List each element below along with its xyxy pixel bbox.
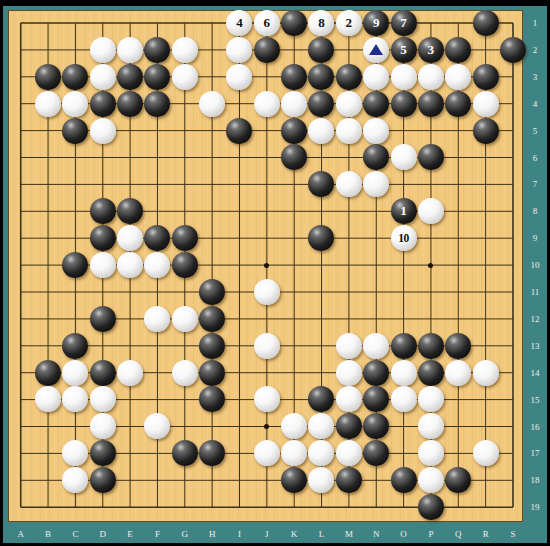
board-point-R16[interactable] — [472, 413, 499, 440]
board-point-A16[interactable] — [7, 413, 34, 440]
board-point-P7[interactable] — [417, 171, 444, 198]
board-point-O3[interactable] — [390, 63, 417, 90]
board-point-B14[interactable] — [34, 359, 61, 386]
board-point-I1[interactable]: 4 — [226, 10, 253, 37]
board-point-D16[interactable] — [89, 413, 116, 440]
board-point-L6[interactable] — [308, 144, 335, 171]
board-point-H2[interactable] — [198, 36, 225, 63]
board-point-F9[interactable] — [144, 225, 171, 252]
board-point-C4[interactable] — [62, 90, 89, 117]
board-point-S14[interactable] — [499, 359, 526, 386]
board-point-D14[interactable] — [89, 359, 116, 386]
board-point-P16[interactable] — [417, 413, 444, 440]
board-point-O6[interactable] — [390, 144, 417, 171]
board-point-C10[interactable] — [62, 252, 89, 279]
board-point-C5[interactable] — [62, 117, 89, 144]
board-point-L8[interactable] — [308, 198, 335, 225]
board-point-C13[interactable] — [62, 332, 89, 359]
board-point-H11[interactable] — [198, 278, 225, 305]
board-point-N10[interactable] — [362, 252, 389, 279]
board-point-N17[interactable] — [362, 440, 389, 467]
board-point-J7[interactable] — [253, 171, 280, 198]
board-point-E10[interactable] — [116, 252, 143, 279]
board-point-K3[interactable] — [280, 63, 307, 90]
board-point-G15[interactable] — [171, 386, 198, 413]
board-point-F10[interactable] — [144, 252, 171, 279]
board-point-L1[interactable]: 8 — [308, 10, 335, 37]
board-point-P14[interactable] — [417, 359, 444, 386]
board-point-C17[interactable] — [62, 440, 89, 467]
board-point-F15[interactable] — [144, 386, 171, 413]
board-point-O10[interactable] — [390, 252, 417, 279]
board-point-L15[interactable] — [308, 386, 335, 413]
board-point-M10[interactable] — [335, 252, 362, 279]
board-point-Q11[interactable] — [445, 278, 472, 305]
board-point-O12[interactable] — [390, 305, 417, 332]
board-point-G5[interactable] — [171, 117, 198, 144]
board-point-B5[interactable] — [34, 117, 61, 144]
board-point-I16[interactable] — [226, 413, 253, 440]
board-point-C16[interactable] — [62, 413, 89, 440]
board-point-G7[interactable] — [171, 171, 198, 198]
board-point-D12[interactable] — [89, 305, 116, 332]
board-point-Q6[interactable] — [445, 144, 472, 171]
board-point-O7[interactable] — [390, 171, 417, 198]
board-point-B19[interactable] — [34, 494, 61, 521]
board-point-C12[interactable] — [62, 305, 89, 332]
board-point-I6[interactable] — [226, 144, 253, 171]
board-point-F13[interactable] — [144, 332, 171, 359]
board-point-K6[interactable] — [280, 144, 307, 171]
board-point-F17[interactable] — [144, 440, 171, 467]
board-point-D13[interactable] — [89, 332, 116, 359]
board-point-R18[interactable] — [472, 467, 499, 494]
board-point-B8[interactable] — [34, 198, 61, 225]
board-point-P6[interactable] — [417, 144, 444, 171]
board-point-F14[interactable] — [144, 359, 171, 386]
board-point-K10[interactable] — [280, 252, 307, 279]
board-point-C1[interactable] — [62, 10, 89, 37]
board-point-M5[interactable] — [335, 117, 362, 144]
board-point-N18[interactable] — [362, 467, 389, 494]
board-point-R3[interactable] — [472, 63, 499, 90]
board-point-B6[interactable] — [34, 144, 61, 171]
board-point-N8[interactable] — [362, 198, 389, 225]
board-point-L10[interactable] — [308, 252, 335, 279]
board-point-G3[interactable] — [171, 63, 198, 90]
board-point-Q10[interactable] — [445, 252, 472, 279]
board-point-N16[interactable] — [362, 413, 389, 440]
board-point-R13[interactable] — [472, 332, 499, 359]
board-point-L12[interactable] — [308, 305, 335, 332]
board-point-A2[interactable] — [7, 36, 34, 63]
board-point-Q14[interactable] — [445, 359, 472, 386]
board-point-R7[interactable] — [472, 171, 499, 198]
board-point-R1[interactable] — [472, 10, 499, 37]
board-point-Q3[interactable] — [445, 63, 472, 90]
board-point-C14[interactable] — [62, 359, 89, 386]
board-point-P2[interactable]: 3 — [417, 36, 444, 63]
board-point-J5[interactable] — [253, 117, 280, 144]
board-point-A4[interactable] — [7, 90, 34, 117]
board-point-D8[interactable] — [89, 198, 116, 225]
board-point-K2[interactable] — [280, 36, 307, 63]
board-point-R4[interactable] — [472, 90, 499, 117]
board-point-P5[interactable] — [417, 117, 444, 144]
board-point-E16[interactable] — [116, 413, 143, 440]
board-point-G17[interactable] — [171, 440, 198, 467]
board-point-B3[interactable] — [34, 63, 61, 90]
board-point-H7[interactable] — [198, 171, 225, 198]
board-point-C11[interactable] — [62, 278, 89, 305]
board-point-E14[interactable] — [116, 359, 143, 386]
board-point-F12[interactable] — [144, 305, 171, 332]
board-point-K13[interactable] — [280, 332, 307, 359]
board-point-Q1[interactable] — [445, 10, 472, 37]
board-point-Q15[interactable] — [445, 386, 472, 413]
board-point-M11[interactable] — [335, 278, 362, 305]
board-point-F19[interactable] — [144, 494, 171, 521]
board-point-G6[interactable] — [171, 144, 198, 171]
board-point-S10[interactable] — [499, 252, 526, 279]
board-point-C18[interactable] — [62, 467, 89, 494]
board-point-O8[interactable]: 1 — [390, 198, 417, 225]
board-point-H15[interactable] — [198, 386, 225, 413]
board-point-G9[interactable] — [171, 225, 198, 252]
board-point-H3[interactable] — [198, 63, 225, 90]
board-point-S2[interactable] — [499, 36, 526, 63]
board-point-N9[interactable] — [362, 225, 389, 252]
board-point-B16[interactable] — [34, 413, 61, 440]
board-point-R14[interactable] — [472, 359, 499, 386]
board-point-S8[interactable] — [499, 198, 526, 225]
board-point-F7[interactable] — [144, 171, 171, 198]
board-point-P1[interactable] — [417, 10, 444, 37]
board-point-G18[interactable] — [171, 467, 198, 494]
board-point-N3[interactable] — [362, 63, 389, 90]
board-point-I9[interactable] — [226, 225, 253, 252]
board-point-N1[interactable]: 9 — [362, 10, 389, 37]
board-point-R15[interactable] — [472, 386, 499, 413]
board-point-M15[interactable] — [335, 386, 362, 413]
board-point-R12[interactable] — [472, 305, 499, 332]
board-point-A10[interactable] — [7, 252, 34, 279]
board-point-S6[interactable] — [499, 144, 526, 171]
board-point-N2[interactable] — [362, 36, 389, 63]
board-point-P3[interactable] — [417, 63, 444, 90]
board-point-H14[interactable] — [198, 359, 225, 386]
board-point-O4[interactable] — [390, 90, 417, 117]
board-point-M6[interactable] — [335, 144, 362, 171]
board-point-I18[interactable] — [226, 467, 253, 494]
board-point-N13[interactable] — [362, 332, 389, 359]
board-point-R8[interactable] — [472, 198, 499, 225]
board-point-S13[interactable] — [499, 332, 526, 359]
board-point-D18[interactable] — [89, 467, 116, 494]
board-point-M17[interactable] — [335, 440, 362, 467]
board-point-J6[interactable] — [253, 144, 280, 171]
board-point-B1[interactable] — [34, 10, 61, 37]
board-point-F3[interactable] — [144, 63, 171, 90]
board-point-E18[interactable] — [116, 467, 143, 494]
board-point-D15[interactable] — [89, 386, 116, 413]
board-point-J8[interactable] — [253, 198, 280, 225]
board-point-P13[interactable] — [417, 332, 444, 359]
board-point-H8[interactable] — [198, 198, 225, 225]
board-point-E6[interactable] — [116, 144, 143, 171]
board-point-K9[interactable] — [280, 225, 307, 252]
board-point-K11[interactable] — [280, 278, 307, 305]
board-point-M8[interactable] — [335, 198, 362, 225]
board-point-S16[interactable] — [499, 413, 526, 440]
board-point-A12[interactable] — [7, 305, 34, 332]
board-point-O17[interactable] — [390, 440, 417, 467]
board-point-K15[interactable] — [280, 386, 307, 413]
board-point-S11[interactable] — [499, 278, 526, 305]
board-point-R10[interactable] — [472, 252, 499, 279]
board-point-I11[interactable] — [226, 278, 253, 305]
board-point-G2[interactable] — [171, 36, 198, 63]
board-point-Q7[interactable] — [445, 171, 472, 198]
board-point-N5[interactable] — [362, 117, 389, 144]
board-point-I4[interactable] — [226, 90, 253, 117]
board-point-F18[interactable] — [144, 467, 171, 494]
board-point-D2[interactable] — [89, 36, 116, 63]
board-point-A7[interactable] — [7, 171, 34, 198]
board-point-F11[interactable] — [144, 278, 171, 305]
board-point-B12[interactable] — [34, 305, 61, 332]
board-point-B17[interactable] — [34, 440, 61, 467]
board-point-P8[interactable] — [417, 198, 444, 225]
board-point-A9[interactable] — [7, 225, 34, 252]
board-point-L3[interactable] — [308, 63, 335, 90]
board-point-O11[interactable] — [390, 278, 417, 305]
board-point-F6[interactable] — [144, 144, 171, 171]
board-point-C15[interactable] — [62, 386, 89, 413]
board-point-R6[interactable] — [472, 144, 499, 171]
board-point-M13[interactable] — [335, 332, 362, 359]
board-point-E9[interactable] — [116, 225, 143, 252]
board-point-M9[interactable] — [335, 225, 362, 252]
board-point-L11[interactable] — [308, 278, 335, 305]
board-point-G10[interactable] — [171, 252, 198, 279]
board-point-A3[interactable] — [7, 63, 34, 90]
board-point-F5[interactable] — [144, 117, 171, 144]
board-point-G11[interactable] — [171, 278, 198, 305]
board-point-K18[interactable] — [280, 467, 307, 494]
board-point-D6[interactable] — [89, 144, 116, 171]
board-point-H13[interactable] — [198, 332, 225, 359]
board-point-F2[interactable] — [144, 36, 171, 63]
board-point-O19[interactable] — [390, 494, 417, 521]
board-point-J13[interactable] — [253, 332, 280, 359]
board-point-I8[interactable] — [226, 198, 253, 225]
board-point-Q12[interactable] — [445, 305, 472, 332]
board-point-P15[interactable] — [417, 386, 444, 413]
board-point-C2[interactable] — [62, 36, 89, 63]
board-point-J12[interactable] — [253, 305, 280, 332]
board-point-M1[interactable]: 2 — [335, 10, 362, 37]
board-point-E2[interactable] — [116, 36, 143, 63]
board-point-J16[interactable] — [253, 413, 280, 440]
board-point-G14[interactable] — [171, 359, 198, 386]
board-point-E8[interactable] — [116, 198, 143, 225]
board-point-E13[interactable] — [116, 332, 143, 359]
board-point-J10[interactable] — [253, 252, 280, 279]
board-point-K7[interactable] — [280, 171, 307, 198]
board-point-M7[interactable] — [335, 171, 362, 198]
board-point-C19[interactable] — [62, 494, 89, 521]
board-point-L7[interactable] — [308, 171, 335, 198]
board-point-P17[interactable] — [417, 440, 444, 467]
board-point-K5[interactable] — [280, 117, 307, 144]
board-point-J2[interactable] — [253, 36, 280, 63]
board-point-D4[interactable] — [89, 90, 116, 117]
board-point-S9[interactable] — [499, 225, 526, 252]
board-point-D1[interactable] — [89, 10, 116, 37]
board-point-M14[interactable] — [335, 359, 362, 386]
board-point-A17[interactable] — [7, 440, 34, 467]
board-point-B2[interactable] — [34, 36, 61, 63]
board-point-B18[interactable] — [34, 467, 61, 494]
board-point-N15[interactable] — [362, 386, 389, 413]
board-point-L17[interactable] — [308, 440, 335, 467]
board-point-R19[interactable] — [472, 494, 499, 521]
board-point-E7[interactable] — [116, 171, 143, 198]
board-point-J14[interactable] — [253, 359, 280, 386]
board-point-S3[interactable] — [499, 63, 526, 90]
board-point-R11[interactable] — [472, 278, 499, 305]
board-point-S19[interactable] — [499, 494, 526, 521]
board-point-Q13[interactable] — [445, 332, 472, 359]
board-point-K4[interactable] — [280, 90, 307, 117]
board-point-B15[interactable] — [34, 386, 61, 413]
board-point-I13[interactable] — [226, 332, 253, 359]
board-point-I3[interactable] — [226, 63, 253, 90]
board-point-J19[interactable] — [253, 494, 280, 521]
board-point-S5[interactable] — [499, 117, 526, 144]
board-point-G4[interactable] — [171, 90, 198, 117]
board-point-P11[interactable] — [417, 278, 444, 305]
board-point-J4[interactable] — [253, 90, 280, 117]
board-point-I12[interactable] — [226, 305, 253, 332]
board-point-M4[interactable] — [335, 90, 362, 117]
board-point-O2[interactable]: 5 — [390, 36, 417, 63]
board-point-A8[interactable] — [7, 198, 34, 225]
board-point-G1[interactable] — [171, 10, 198, 37]
board-point-F1[interactable] — [144, 10, 171, 37]
board-point-Q18[interactable] — [445, 467, 472, 494]
board-point-J9[interactable] — [253, 225, 280, 252]
board-point-S17[interactable] — [499, 440, 526, 467]
board-point-C8[interactable] — [62, 198, 89, 225]
board-point-K19[interactable] — [280, 494, 307, 521]
board-point-S18[interactable] — [499, 467, 526, 494]
board-point-C9[interactable] — [62, 225, 89, 252]
board-point-C6[interactable] — [62, 144, 89, 171]
board-point-F16[interactable] — [144, 413, 171, 440]
board-point-J11[interactable] — [253, 278, 280, 305]
board-point-O18[interactable] — [390, 467, 417, 494]
board-point-E5[interactable] — [116, 117, 143, 144]
board-point-L2[interactable] — [308, 36, 335, 63]
board-point-N12[interactable] — [362, 305, 389, 332]
board-point-I7[interactable] — [226, 171, 253, 198]
board-point-Q9[interactable] — [445, 225, 472, 252]
board-point-J17[interactable] — [253, 440, 280, 467]
board-point-Q19[interactable] — [445, 494, 472, 521]
board-point-B4[interactable] — [34, 90, 61, 117]
board-point-N19[interactable] — [362, 494, 389, 521]
board-point-H19[interactable] — [198, 494, 225, 521]
board-point-B9[interactable] — [34, 225, 61, 252]
board-point-D5[interactable] — [89, 117, 116, 144]
board-point-N7[interactable] — [362, 171, 389, 198]
board-point-A18[interactable] — [7, 467, 34, 494]
board-point-A1[interactable] — [7, 10, 34, 37]
board-point-I10[interactable] — [226, 252, 253, 279]
board-point-O14[interactable] — [390, 359, 417, 386]
board-point-M2[interactable] — [335, 36, 362, 63]
board-point-D17[interactable] — [89, 440, 116, 467]
board-point-E15[interactable] — [116, 386, 143, 413]
board-point-M3[interactable] — [335, 63, 362, 90]
board-point-N4[interactable] — [362, 90, 389, 117]
board-point-O15[interactable] — [390, 386, 417, 413]
board-point-E4[interactable] — [116, 90, 143, 117]
board-point-K8[interactable] — [280, 198, 307, 225]
board-point-B10[interactable] — [34, 252, 61, 279]
board-point-A5[interactable] — [7, 117, 34, 144]
board-point-H1[interactable] — [198, 10, 225, 37]
board-point-M18[interactable] — [335, 467, 362, 494]
board-point-G8[interactable] — [171, 198, 198, 225]
board-point-H17[interactable] — [198, 440, 225, 467]
board-point-Q16[interactable] — [445, 413, 472, 440]
board-point-J1[interactable]: 6 — [253, 10, 280, 37]
board-point-S1[interactable] — [499, 10, 526, 37]
board-point-D9[interactable] — [89, 225, 116, 252]
board-point-S15[interactable] — [499, 386, 526, 413]
board-point-H4[interactable] — [198, 90, 225, 117]
board-point-Q17[interactable] — [445, 440, 472, 467]
board-point-Q8[interactable] — [445, 198, 472, 225]
board-point-O5[interactable] — [390, 117, 417, 144]
board-point-P4[interactable] — [417, 90, 444, 117]
board-point-H9[interactable] — [198, 225, 225, 252]
board-point-N6[interactable] — [362, 144, 389, 171]
board-point-I5[interactable] — [226, 117, 253, 144]
board-point-H12[interactable] — [198, 305, 225, 332]
board-point-O13[interactable] — [390, 332, 417, 359]
board-point-E11[interactable] — [116, 278, 143, 305]
board-point-S4[interactable] — [499, 90, 526, 117]
board-point-K17[interactable] — [280, 440, 307, 467]
board-point-D10[interactable] — [89, 252, 116, 279]
board-point-H5[interactable] — [198, 117, 225, 144]
board-point-D19[interactable] — [89, 494, 116, 521]
board-point-P19[interactable] — [417, 494, 444, 521]
board-point-L9[interactable] — [308, 225, 335, 252]
board-point-A14[interactable] — [7, 359, 34, 386]
board-point-K14[interactable] — [280, 359, 307, 386]
board-point-K12[interactable] — [280, 305, 307, 332]
board-point-O16[interactable] — [390, 413, 417, 440]
board-point-M12[interactable] — [335, 305, 362, 332]
board-point-N14[interactable] — [362, 359, 389, 386]
board-point-G16[interactable] — [171, 413, 198, 440]
board-point-K16[interactable] — [280, 413, 307, 440]
